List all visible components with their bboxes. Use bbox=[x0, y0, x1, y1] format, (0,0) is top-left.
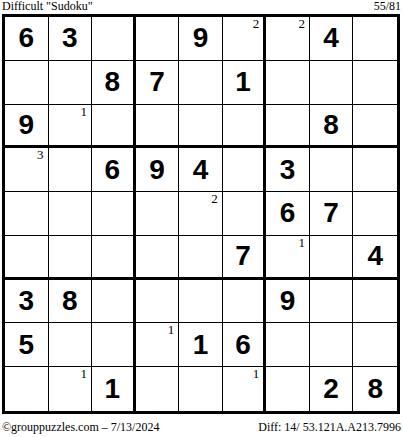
cell-r1c4[interactable] bbox=[136, 17, 180, 61]
cell-r3c2[interactable]: 1 bbox=[49, 105, 93, 149]
cell-r1c7[interactable]: 2 bbox=[266, 17, 310, 61]
pencil-mark: 3 bbox=[37, 148, 44, 162]
cell-r2c1[interactable] bbox=[5, 61, 49, 105]
cell-r8c9[interactable] bbox=[353, 323, 397, 367]
cell-r2c8[interactable] bbox=[310, 61, 354, 105]
cell-r3c8[interactable]: 8 bbox=[310, 105, 354, 149]
given-digit: 1 bbox=[193, 331, 209, 359]
given-digit: 8 bbox=[367, 375, 383, 403]
empty-cells-counter: 55/81 bbox=[374, 0, 401, 13]
cell-r3c5[interactable] bbox=[179, 105, 223, 149]
given-digit: 8 bbox=[62, 287, 78, 315]
cell-r4c4[interactable]: 9 bbox=[136, 148, 180, 192]
cell-r1c1[interactable]: 6 bbox=[5, 17, 49, 61]
cell-r6c1[interactable] bbox=[5, 236, 49, 280]
cell-r3c1[interactable]: 9 bbox=[5, 105, 49, 149]
cell-r3c3[interactable] bbox=[92, 105, 136, 149]
given-digit: 8 bbox=[323, 111, 339, 139]
cell-r5c3[interactable] bbox=[92, 192, 136, 236]
cell-r8c6[interactable]: 6 bbox=[223, 323, 267, 367]
cell-r1c9[interactable] bbox=[353, 17, 397, 61]
given-digit: 1 bbox=[235, 68, 251, 96]
cell-r9c1[interactable] bbox=[5, 367, 49, 411]
cell-r1c5[interactable]: 9 bbox=[179, 17, 223, 61]
cell-r4c6[interactable] bbox=[223, 148, 267, 192]
cell-r8c2[interactable] bbox=[49, 323, 93, 367]
cell-r8c3[interactable] bbox=[92, 323, 136, 367]
given-digit: 3 bbox=[18, 287, 34, 315]
cell-r8c1[interactable]: 5 bbox=[5, 323, 49, 367]
cell-r6c8[interactable] bbox=[310, 236, 354, 280]
pencil-mark: 1 bbox=[81, 367, 88, 381]
cell-r4c3[interactable]: 6 bbox=[92, 148, 136, 192]
cell-r3c6[interactable] bbox=[223, 105, 267, 149]
cell-r9c4[interactable] bbox=[136, 367, 180, 411]
cell-r1c8[interactable]: 4 bbox=[310, 17, 354, 61]
given-digit: 3 bbox=[62, 24, 78, 52]
cell-r7c1[interactable]: 3 bbox=[5, 280, 49, 324]
page-header: Difficult "Sudoku" 55/81 bbox=[2, 0, 401, 14]
given-digit: 7 bbox=[235, 242, 251, 270]
cell-r2c5[interactable] bbox=[179, 61, 223, 105]
given-digit: 6 bbox=[280, 199, 296, 227]
given-digit: 7 bbox=[323, 199, 339, 227]
sudoku-board: 63922487191836943267714389511611128 bbox=[2, 14, 400, 414]
given-digit: 9 bbox=[149, 156, 165, 184]
cell-r8c4[interactable]: 1 bbox=[136, 323, 180, 367]
cell-r5c4[interactable] bbox=[136, 192, 180, 236]
cell-r1c2[interactable]: 3 bbox=[49, 17, 93, 61]
cell-r9c9[interactable]: 8 bbox=[353, 367, 397, 411]
cell-r6c3[interactable] bbox=[92, 236, 136, 280]
cell-r6c4[interactable] bbox=[136, 236, 180, 280]
given-digit: 6 bbox=[18, 24, 34, 52]
cell-r7c9[interactable] bbox=[353, 280, 397, 324]
cell-r4c8[interactable] bbox=[310, 148, 354, 192]
cell-r7c3[interactable] bbox=[92, 280, 136, 324]
cell-r7c6[interactable] bbox=[223, 280, 267, 324]
cell-r6c6[interactable]: 7 bbox=[223, 236, 267, 280]
pencil-mark: 2 bbox=[211, 192, 218, 206]
pencil-mark: 1 bbox=[168, 323, 175, 337]
cell-r5c2[interactable] bbox=[49, 192, 93, 236]
given-digit: 4 bbox=[367, 242, 383, 270]
cell-r5c6[interactable] bbox=[223, 192, 267, 236]
cell-r2c2[interactable] bbox=[49, 61, 93, 105]
cell-r6c5[interactable] bbox=[179, 236, 223, 280]
cell-r5c8[interactable]: 7 bbox=[310, 192, 354, 236]
cell-r9c7[interactable] bbox=[266, 367, 310, 411]
cell-r2c9[interactable] bbox=[353, 61, 397, 105]
cell-r6c9[interactable]: 4 bbox=[353, 236, 397, 280]
cell-r2c7[interactable] bbox=[266, 61, 310, 105]
pencil-mark: 2 bbox=[298, 17, 305, 31]
page-footer: ©grouppuzzles.com – 7/13/2024 Diff: 14/ … bbox=[2, 419, 401, 434]
given-digit: 4 bbox=[323, 24, 339, 52]
sudoku-page: Difficult "Sudoku" 55/81 639224871918369… bbox=[0, 0, 403, 437]
given-digit: 9 bbox=[280, 287, 296, 315]
cell-r9c8[interactable]: 2 bbox=[310, 367, 354, 411]
cell-r7c2[interactable]: 8 bbox=[49, 280, 93, 324]
cell-r7c4[interactable] bbox=[136, 280, 180, 324]
pencil-mark: 1 bbox=[81, 105, 88, 119]
cell-r8c8[interactable] bbox=[310, 323, 354, 367]
pencil-mark: 1 bbox=[253, 367, 260, 381]
cell-r5c9[interactable] bbox=[353, 192, 397, 236]
pencil-mark: 2 bbox=[253, 17, 260, 31]
page-title: Difficult "Sudoku" bbox=[2, 0, 93, 13]
difficulty-code: Diff: 14/ 53.121A.A213.7996 bbox=[258, 421, 401, 434]
cell-r8c7[interactable] bbox=[266, 323, 310, 367]
cell-r7c8[interactable] bbox=[310, 280, 354, 324]
given-digit: 6 bbox=[235, 331, 251, 359]
cell-r9c2[interactable]: 1 bbox=[49, 367, 93, 411]
cell-r8c5[interactable]: 1 bbox=[179, 323, 223, 367]
cell-r5c7[interactable]: 6 bbox=[266, 192, 310, 236]
given-digit: 9 bbox=[193, 24, 209, 52]
cell-r3c4[interactable] bbox=[136, 105, 180, 149]
copyright-text: ©grouppuzzles.com – 7/13/2024 bbox=[2, 421, 159, 434]
cell-r2c3[interactable]: 8 bbox=[92, 61, 136, 105]
cell-r4c2[interactable] bbox=[49, 148, 93, 192]
cell-r2c4[interactable]: 7 bbox=[136, 61, 180, 105]
cell-r5c5[interactable]: 2 bbox=[179, 192, 223, 236]
given-digit: 1 bbox=[105, 375, 121, 403]
given-digit: 9 bbox=[18, 111, 34, 139]
cell-r9c3[interactable]: 1 bbox=[92, 367, 136, 411]
cell-r7c5[interactable] bbox=[179, 280, 223, 324]
cell-r1c3[interactable] bbox=[92, 17, 136, 61]
given-digit: 3 bbox=[280, 156, 296, 184]
cell-r4c7[interactable]: 3 bbox=[266, 148, 310, 192]
cell-r1c6[interactable]: 2 bbox=[223, 17, 267, 61]
cell-r4c9[interactable] bbox=[353, 148, 397, 192]
cell-r6c7[interactable]: 1 bbox=[266, 236, 310, 280]
cell-r2c6[interactable]: 1 bbox=[223, 61, 267, 105]
cell-r6c2[interactable] bbox=[49, 236, 93, 280]
cell-r5c1[interactable] bbox=[5, 192, 49, 236]
cell-r4c5[interactable]: 4 bbox=[179, 148, 223, 192]
given-digit: 2 bbox=[323, 375, 339, 403]
cell-r4c1[interactable]: 3 bbox=[5, 148, 49, 192]
cell-r3c9[interactable] bbox=[353, 105, 397, 149]
given-digit: 8 bbox=[105, 68, 121, 96]
cell-r9c5[interactable] bbox=[179, 367, 223, 411]
given-digit: 4 bbox=[193, 156, 209, 184]
given-digit: 5 bbox=[18, 331, 34, 359]
cell-r3c7[interactable] bbox=[266, 105, 310, 149]
given-digit: 6 bbox=[105, 156, 121, 184]
cell-r9c6[interactable]: 1 bbox=[223, 367, 267, 411]
pencil-mark: 1 bbox=[298, 236, 305, 250]
given-digit: 7 bbox=[149, 68, 165, 96]
cell-r7c7[interactable]: 9 bbox=[266, 280, 310, 324]
